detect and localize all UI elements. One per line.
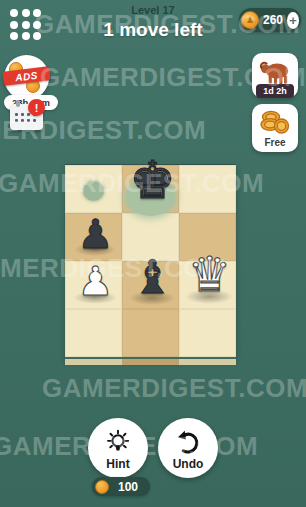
white-queen[interactable]: ♛ — [181, 250, 238, 298]
free-coins-card[interactable]: Free — [252, 104, 298, 152]
black-bishop[interactable]: ♝ — [124, 254, 181, 300]
coin-icon — [95, 480, 109, 494]
watermark: GAMERDIGEST.COM — [42, 373, 306, 404]
calendar-alert-badge: ! — [28, 99, 45, 116]
hint-label: Hint — [88, 457, 148, 471]
coins-stack-icon — [259, 108, 291, 136]
watermark: GAMERDIGEST.COM — [0, 431, 306, 462]
ads-badge[interactable]: ADS — [4, 55, 49, 100]
free-label: Free — [264, 137, 285, 148]
square-r4c1[interactable] — [65, 309, 122, 357]
undo-button[interactable]: Undo — [158, 418, 218, 478]
black-pawn[interactable]: ♟ — [67, 214, 124, 254]
square-r4c2[interactable] — [122, 309, 179, 357]
chess-board[interactable]: ♚ ♟ ♟ ♝ ♛ — [65, 164, 236, 359]
ram-timer-badge: 1d 2h — [256, 84, 294, 98]
board-front-edge — [65, 359, 236, 365]
coin-balance-pill[interactable]: ♟ 260 + — [239, 8, 301, 32]
remove-ads-offer[interactable]: ADS 23h 30m — [4, 55, 49, 100]
undo-arrow-icon — [173, 428, 203, 458]
square-r4c3[interactable] — [179, 309, 236, 357]
hint-cost-pill: 100 — [92, 477, 150, 496]
hint-button[interactable]: Hint — [88, 418, 148, 478]
menu-grid-icon[interactable] — [10, 9, 44, 41]
ram-icon — [258, 58, 292, 86]
game-screen: GAMERDIGEST.COM GAMERDIGEST.COM GAMERDIG… — [0, 0, 306, 507]
coin-count: 260 — [263, 13, 283, 27]
square-r1c3[interactable] — [179, 165, 236, 213]
white-pawn[interactable]: ♟ — [67, 261, 124, 301]
undo-label: Undo — [158, 457, 218, 471]
lightbulb-icon — [103, 428, 133, 458]
add-coins-button[interactable]: + — [287, 12, 299, 29]
hint-cost: 100 — [109, 480, 147, 494]
coin-icon: ♟ — [241, 11, 259, 29]
move-target-dot[interactable] — [83, 181, 104, 201]
black-king[interactable]: ♚ — [124, 154, 181, 206]
